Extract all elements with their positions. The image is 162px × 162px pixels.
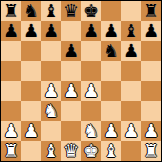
square-d2[interactable] bbox=[61, 121, 81, 141]
piece-white-pawn[interactable]: ♟ bbox=[23, 121, 39, 141]
square-a1[interactable]: ♜ bbox=[1, 141, 21, 161]
piece-black-bishop[interactable]: ♝ bbox=[43, 1, 59, 21]
square-e1[interactable]: ♚ bbox=[81, 141, 101, 161]
square-d5[interactable] bbox=[61, 61, 81, 81]
square-a3[interactable] bbox=[1, 101, 21, 121]
piece-black-bishop[interactable]: ♝ bbox=[123, 21, 139, 41]
piece-black-pawn[interactable]: ♟ bbox=[143, 21, 159, 41]
square-a4[interactable] bbox=[1, 81, 21, 101]
square-e4[interactable]: ♟ bbox=[81, 81, 101, 101]
square-d8[interactable]: ♛ bbox=[61, 1, 81, 21]
square-e5[interactable] bbox=[81, 61, 101, 81]
square-c8[interactable]: ♝ bbox=[41, 1, 61, 21]
square-h7[interactable]: ♟ bbox=[141, 21, 161, 41]
square-f8[interactable] bbox=[101, 1, 121, 21]
square-a2[interactable]: ♟ bbox=[1, 121, 21, 141]
square-h5[interactable] bbox=[141, 61, 161, 81]
square-h6[interactable] bbox=[141, 41, 161, 61]
square-e7[interactable]: ♟ bbox=[81, 21, 101, 41]
piece-white-knight[interactable]: ♞ bbox=[43, 101, 59, 121]
piece-white-rook[interactable]: ♜ bbox=[3, 141, 19, 161]
square-c2[interactable] bbox=[41, 121, 61, 141]
piece-black-pawn[interactable]: ♟ bbox=[3, 21, 19, 41]
square-a6[interactable] bbox=[1, 41, 21, 61]
square-h3[interactable] bbox=[141, 101, 161, 121]
square-c4[interactable]: ♟ bbox=[41, 81, 61, 101]
square-b7[interactable]: ♟ bbox=[21, 21, 41, 41]
square-b3[interactable] bbox=[21, 101, 41, 121]
square-g6[interactable]: ♟ bbox=[121, 41, 141, 61]
square-f4[interactable] bbox=[101, 81, 121, 101]
square-b6[interactable] bbox=[21, 41, 41, 61]
piece-black-king[interactable]: ♚ bbox=[83, 1, 99, 21]
piece-white-pawn[interactable]: ♟ bbox=[83, 81, 99, 101]
square-h1[interactable]: ♜ bbox=[141, 141, 161, 161]
square-f6[interactable]: ♞ bbox=[101, 41, 121, 61]
piece-black-pawn[interactable]: ♟ bbox=[63, 41, 79, 61]
piece-white-pawn[interactable]: ♟ bbox=[123, 121, 139, 141]
square-h8[interactable]: ♜ bbox=[141, 1, 161, 21]
piece-black-pawn[interactable]: ♟ bbox=[23, 21, 39, 41]
square-c7[interactable]: ♟ bbox=[41, 21, 61, 41]
square-e6[interactable] bbox=[81, 41, 101, 61]
square-d6[interactable]: ♟ bbox=[61, 41, 81, 61]
square-a7[interactable]: ♟ bbox=[1, 21, 21, 41]
piece-black-pawn[interactable]: ♟ bbox=[123, 41, 139, 61]
piece-black-rook[interactable]: ♜ bbox=[3, 1, 19, 21]
square-f3[interactable] bbox=[101, 101, 121, 121]
square-d3[interactable] bbox=[61, 101, 81, 121]
square-a8[interactable]: ♜ bbox=[1, 1, 21, 21]
square-b2[interactable]: ♟ bbox=[21, 121, 41, 141]
piece-black-rook[interactable]: ♜ bbox=[143, 1, 159, 21]
piece-white-pawn[interactable]: ♟ bbox=[43, 81, 59, 101]
square-c5[interactable] bbox=[41, 61, 61, 81]
square-e2[interactable]: ♞ bbox=[81, 121, 101, 141]
square-h2[interactable]: ♟ bbox=[141, 121, 161, 141]
piece-white-pawn[interactable]: ♟ bbox=[63, 81, 79, 101]
piece-black-queen[interactable]: ♛ bbox=[63, 1, 79, 21]
square-a5[interactable] bbox=[1, 61, 21, 81]
square-d1[interactable]: ♛ bbox=[61, 141, 81, 161]
square-g4[interactable] bbox=[121, 81, 141, 101]
square-g7[interactable]: ♝ bbox=[121, 21, 141, 41]
square-g8[interactable] bbox=[121, 1, 141, 21]
piece-white-pawn[interactable]: ♟ bbox=[3, 121, 19, 141]
square-g1[interactable] bbox=[121, 141, 141, 161]
piece-white-bishop[interactable]: ♝ bbox=[103, 141, 119, 161]
piece-white-queen[interactable]: ♛ bbox=[63, 141, 79, 161]
square-f5[interactable] bbox=[101, 61, 121, 81]
square-g3[interactable] bbox=[121, 101, 141, 121]
square-g5[interactable] bbox=[121, 61, 141, 81]
piece-white-bishop[interactable]: ♝ bbox=[43, 141, 59, 161]
piece-white-pawn[interactable]: ♟ bbox=[103, 121, 119, 141]
square-f7[interactable]: ♟ bbox=[101, 21, 121, 41]
piece-white-rook[interactable]: ♜ bbox=[143, 141, 159, 161]
piece-white-knight[interactable]: ♞ bbox=[83, 121, 99, 141]
square-h4[interactable] bbox=[141, 81, 161, 101]
square-d4[interactable]: ♟ bbox=[61, 81, 81, 101]
piece-black-pawn[interactable]: ♟ bbox=[43, 21, 59, 41]
square-d7[interactable] bbox=[61, 21, 81, 41]
piece-white-pawn[interactable]: ♟ bbox=[143, 121, 159, 141]
square-c1[interactable]: ♝ bbox=[41, 141, 61, 161]
square-c3[interactable]: ♞ bbox=[41, 101, 61, 121]
square-b5[interactable] bbox=[21, 61, 41, 81]
square-b1[interactable] bbox=[21, 141, 41, 161]
piece-black-knight[interactable]: ♞ bbox=[103, 41, 119, 61]
piece-black-knight[interactable]: ♞ bbox=[23, 1, 39, 21]
square-f1[interactable]: ♝ bbox=[101, 141, 121, 161]
square-e3[interactable] bbox=[81, 101, 101, 121]
piece-white-king[interactable]: ♚ bbox=[83, 141, 99, 161]
piece-black-pawn[interactable]: ♟ bbox=[103, 21, 119, 41]
square-b4[interactable] bbox=[21, 81, 41, 101]
chess-board: ♜♞♝♛♚♜♟♟♟♟♟♝♟♟♞♟♟♟♟♞♟♟♞♟♟♟♜♝♛♚♝♜ bbox=[0, 0, 162, 162]
square-c6[interactable] bbox=[41, 41, 61, 61]
square-b8[interactable]: ♞ bbox=[21, 1, 41, 21]
square-e8[interactable]: ♚ bbox=[81, 1, 101, 21]
piece-black-pawn[interactable]: ♟ bbox=[83, 21, 99, 41]
square-g2[interactable]: ♟ bbox=[121, 121, 141, 141]
square-f2[interactable]: ♟ bbox=[101, 121, 121, 141]
